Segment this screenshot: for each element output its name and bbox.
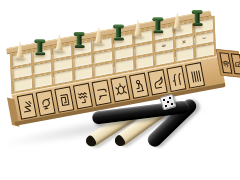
peg-shadow [133,35,144,38]
hieroglyph-square-reeds [166,66,186,93]
hieroglyph-square-water-leg [73,83,93,110]
board-cell-r3c8 [155,51,174,65]
board-cell-r3c2 [33,74,52,88]
stroke-glyph: ~ [202,35,207,42]
peg-shadow [73,46,84,49]
hieroglyph-square-duck [148,69,168,96]
cone-peg [14,41,25,59]
stick-dark-tip [113,134,127,148]
peg-shadow [14,57,25,60]
spool-stem [155,20,160,30]
peg-shadow [34,54,45,57]
peg-shadow [113,39,124,42]
spool-peg [192,10,203,26]
cone-peg [133,19,144,37]
spool-stem [195,13,200,23]
cone-peg [54,34,65,52]
spool-stem [116,28,121,38]
board-cell-r2c10: ~ [195,31,214,45]
board-cell-r2c2 [33,61,52,75]
stick-dark-tip [84,134,98,148]
board-cell-r3c9 [175,48,194,62]
cone-body [134,19,143,36]
peg-shadow [93,43,104,46]
spool-stem [37,42,42,52]
peg-shadow [172,28,183,31]
cone-body [94,26,103,43]
board-cell-r3c1 [13,78,32,92]
spool-peg [34,39,45,55]
spool-peg [113,25,124,41]
board-cell-r2c9: × [175,35,194,49]
board-cell-r2c1 [12,65,31,79]
board-cell-r3c5 [94,63,113,77]
cone-body [173,12,182,29]
board-cell-r2c8: ≈ [154,39,173,53]
board-cell-r2c3 [53,57,72,71]
board-cell-r3c6 [114,59,133,73]
cone-body [55,34,64,51]
spool-peg [153,17,164,33]
spool-stem [76,35,81,45]
hieroglyph-square-tally-strokes [185,62,205,89]
hieroglyph-square-scarab [110,76,130,103]
board-cell-r3c10 [195,44,214,58]
hieroglyph-square-serpent [17,93,37,120]
board-cell-r2c7 [134,42,153,56]
board-cell-r3c7 [135,55,154,69]
board-cell-r3c3 [54,70,73,84]
water-glyph: ≈ [161,42,166,49]
peg-shadow [153,32,164,35]
board-cell-r2c5 [93,50,112,64]
spool-peg [73,32,84,48]
peg-shadow [192,24,203,27]
cross-glyph: × [181,38,186,45]
cone-peg [172,12,183,30]
right-end-face-hieroglyphs [216,49,240,78]
board-cell-r3c4 [74,66,93,80]
board-cell-r2c6 [114,46,133,60]
hieroglyph-square-house-spiral [54,86,74,113]
hieroglyph-square-bird [36,90,56,117]
board-cell-r2c4 [73,54,92,68]
cone-peg [93,26,104,44]
cone-body [15,41,24,58]
senet-game-photo: ≈×~ [0,0,240,180]
hieroglyph-square-seated-figure [129,72,149,99]
hieroglyph-square-arm-sickle [92,79,112,106]
peg-shadow [54,50,65,53]
